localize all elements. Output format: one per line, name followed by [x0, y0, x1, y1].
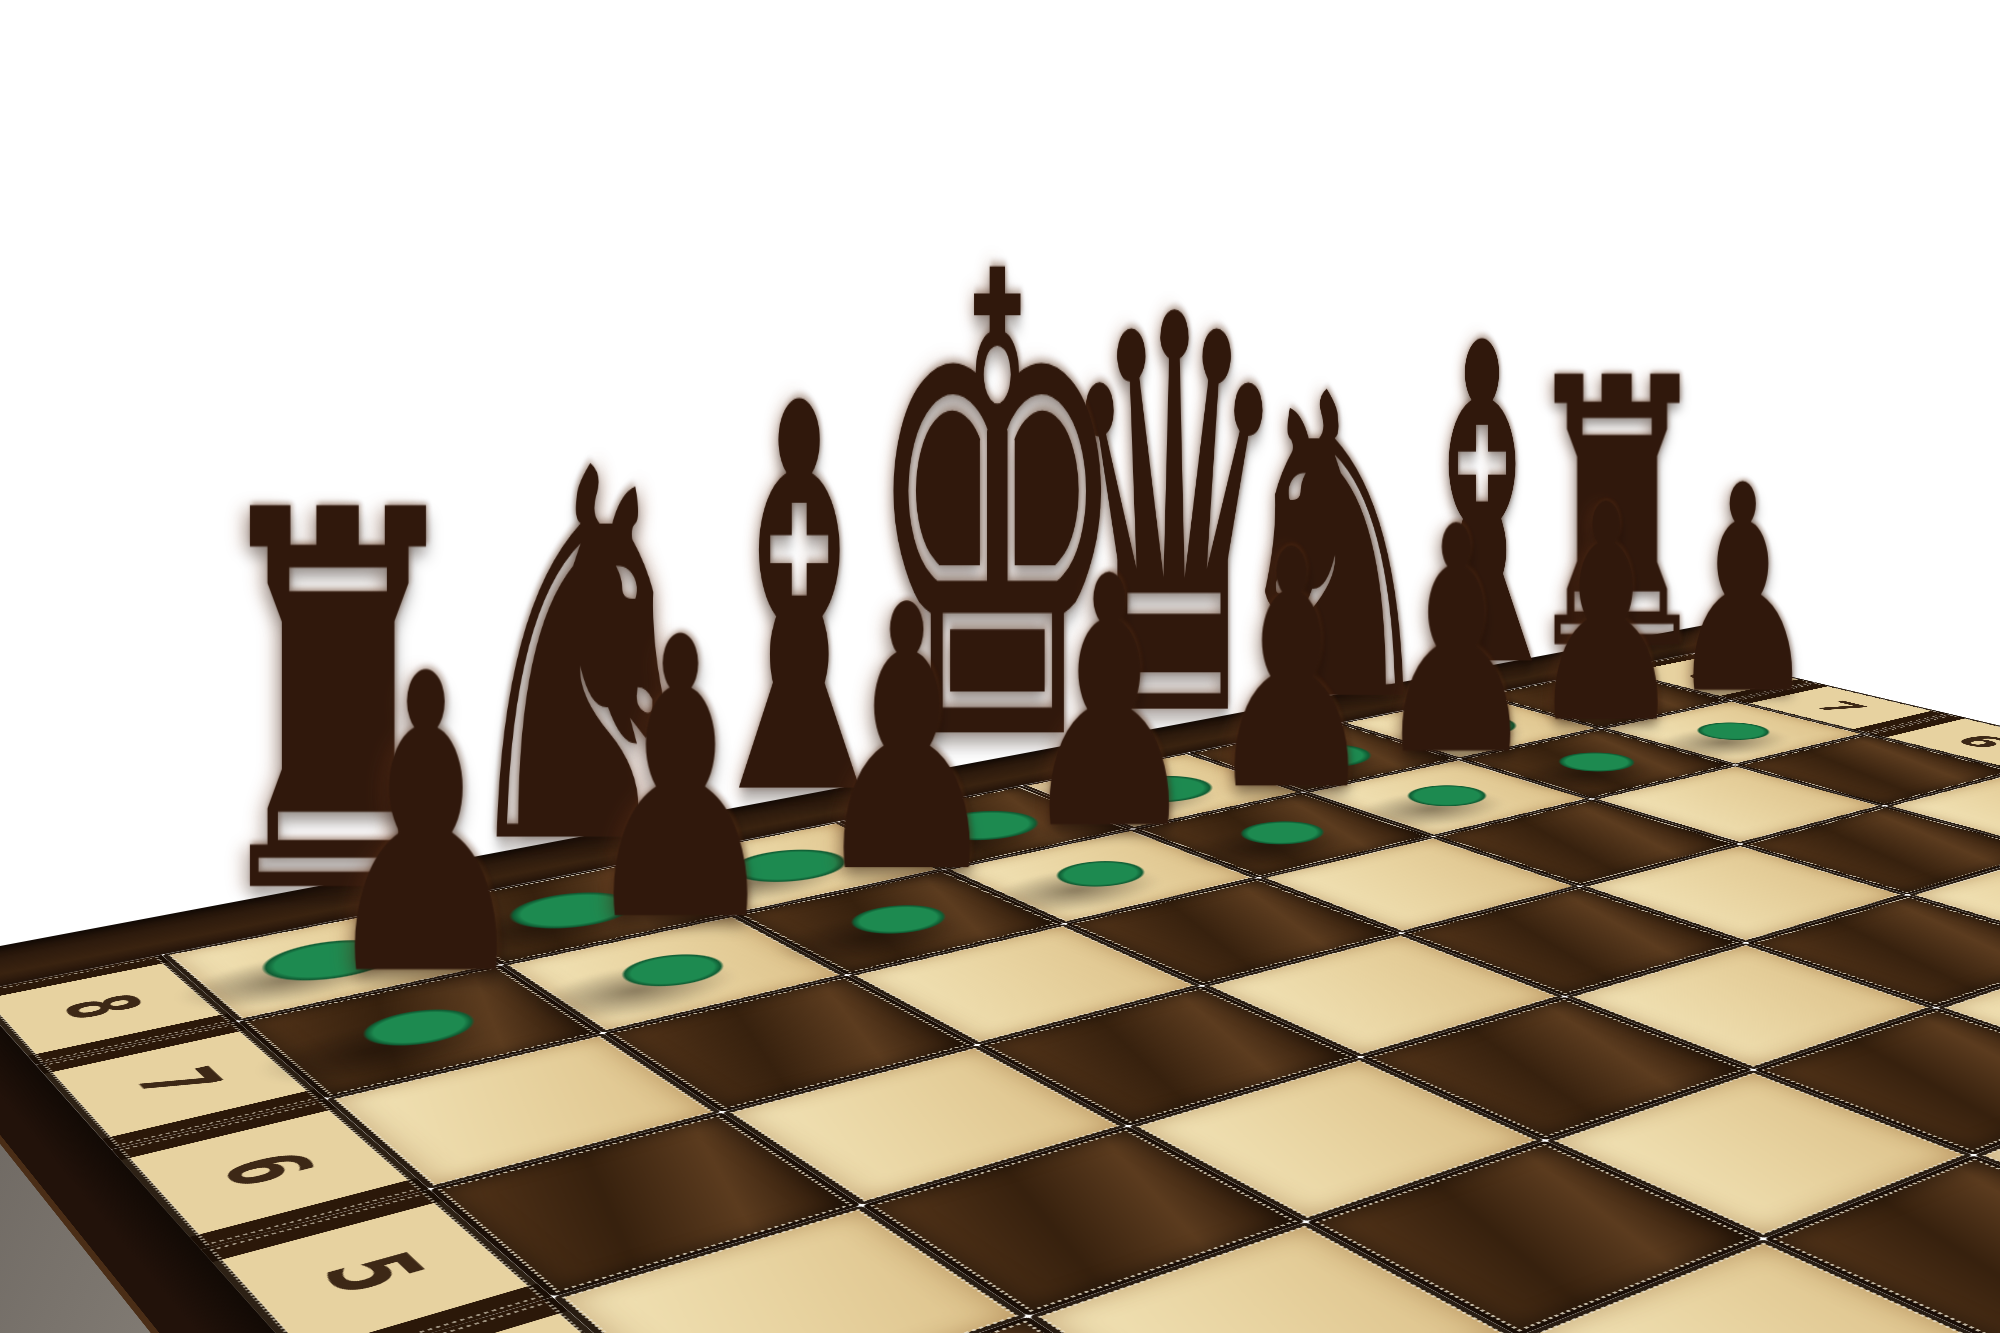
- piece-black-pawn-f7[interactable]: ♟: [812, 558, 1001, 923]
- chess-board-plane: 8877665544332211♜♟♝♟♞♟♛♟♚♟♝♟♞♟♜♟: [0, 654, 2000, 1333]
- piece-black-pawn-d7[interactable]: ♟: [1206, 507, 1376, 836]
- piece-black-pawn-g7[interactable]: ♟: [581, 588, 781, 975]
- perspective-scene: 8877665544332211♜♟♝♟♞♟♛♟♚♟♝♟♞♟♜♟: [0, 0, 2000, 1333]
- piece-black-pawn-h7[interactable]: ♟: [320, 621, 533, 1032]
- rank-label-6-left: 6: [195, 1143, 340, 1196]
- piece-black-pawn-b7[interactable]: ♟: [1529, 466, 1683, 765]
- piece-black-pawn-c7[interactable]: ♟: [1375, 486, 1537, 799]
- product-photo-canvas: 8877665544332211♜♟♝♟♞♟♛♟♚♟♝♟♞♟♜♟: [0, 0, 2000, 1333]
- rank-label-7-left: 7: [111, 1060, 245, 1105]
- rank-label-6-right: 6: [1942, 732, 2000, 752]
- rank-label-8-left: 8: [39, 988, 164, 1026]
- rank-label-5-left: 5: [294, 1242, 452, 1305]
- piece-black-pawn-a7[interactable]: ♟: [1669, 448, 1817, 734]
- piece-black-pawn-e7[interactable]: ♟: [1020, 531, 1199, 877]
